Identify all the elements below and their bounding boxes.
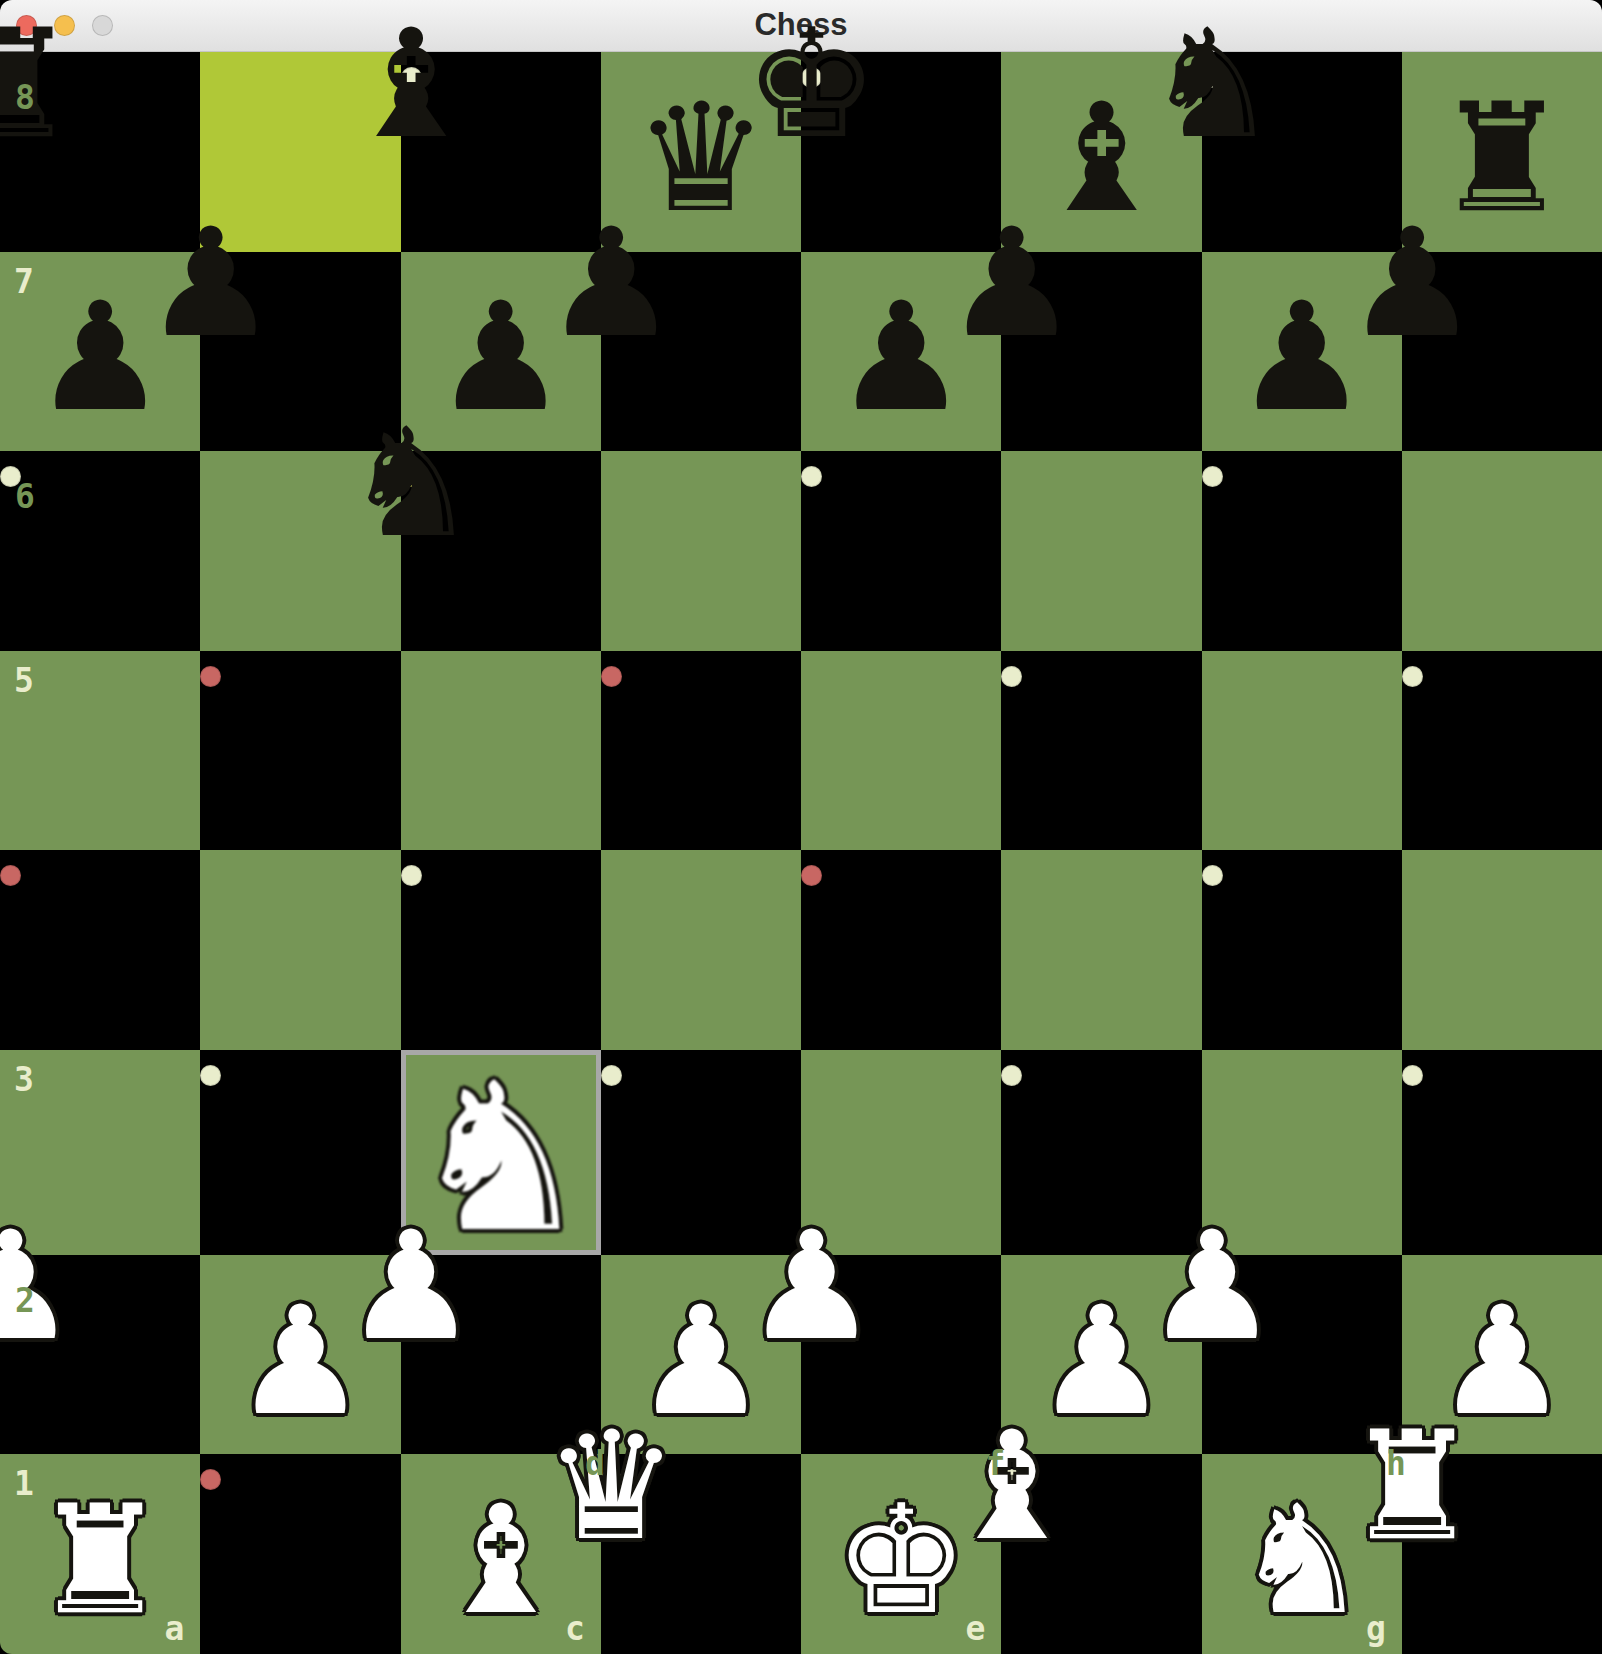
square-c5[interactable] bbox=[401, 651, 601, 851]
piece-black-knight[interactable]: ♞ bbox=[344, 408, 478, 558]
square-f1[interactable]: ♝f bbox=[1001, 1469, 1022, 1490]
piece-white-pawn[interactable]: ♟ bbox=[0, 1211, 78, 1361]
square-c4[interactable] bbox=[401, 865, 422, 886]
square-g6[interactable] bbox=[1202, 466, 1223, 487]
square-b4[interactable] bbox=[200, 850, 400, 1050]
square-d4[interactable] bbox=[601, 850, 801, 1050]
square-d3[interactable] bbox=[601, 1065, 622, 1086]
square-a1[interactable]: ♜1a bbox=[0, 1454, 200, 1654]
square-e6[interactable] bbox=[801, 466, 822, 487]
square-c8[interactable]: ♝ bbox=[401, 67, 422, 88]
square-g2[interactable]: ♟ bbox=[1202, 1270, 1223, 1291]
square-g4[interactable] bbox=[1202, 865, 1223, 886]
file-label-h: h bbox=[1386, 1444, 1406, 1483]
file-label-d: d bbox=[585, 1444, 605, 1483]
rank-label-1: 1 bbox=[14, 1464, 34, 1503]
piece-black-pawn[interactable]: ♟ bbox=[544, 208, 678, 358]
piece-white-pawn[interactable]: ♟ bbox=[1145, 1211, 1279, 1361]
square-g8[interactable]: ♞ bbox=[1202, 67, 1223, 88]
square-e8[interactable]: ♚ bbox=[801, 67, 822, 88]
square-f7[interactable]: ♟ bbox=[1001, 267, 1022, 288]
square-e5[interactable] bbox=[801, 651, 1001, 851]
piece-black-pawn[interactable]: ♟ bbox=[1345, 208, 1479, 358]
square-f6[interactable] bbox=[1001, 451, 1201, 651]
piece-white-rook[interactable]: ♜ bbox=[33, 1485, 167, 1635]
square-g5[interactable] bbox=[1202, 651, 1402, 851]
file-label-a: a bbox=[164, 1609, 184, 1648]
square-d7[interactable]: ♟ bbox=[601, 267, 622, 288]
rank-label-3: 3 bbox=[14, 1060, 34, 1099]
file-label-c: c bbox=[565, 1609, 585, 1648]
square-b3[interactable] bbox=[200, 1065, 221, 1086]
square-h4[interactable] bbox=[1402, 850, 1602, 1050]
square-a4[interactable] bbox=[0, 865, 21, 886]
square-a5[interactable]: 5 bbox=[0, 651, 200, 851]
piece-black-rook[interactable]: ♜ bbox=[0, 9, 78, 159]
file-label-f: f bbox=[985, 1444, 1005, 1483]
piece-black-king[interactable]: ♚ bbox=[744, 9, 878, 159]
piece-white-pawn[interactable]: ♟ bbox=[344, 1211, 478, 1361]
piece-white-bishop[interactable]: ♝ bbox=[945, 1411, 1079, 1561]
piece-black-pawn[interactable]: ♟ bbox=[144, 208, 278, 358]
rank-label-8: 8 bbox=[15, 78, 35, 117]
square-h1[interactable]: ♜h bbox=[1402, 1469, 1423, 1490]
square-b7[interactable]: ♟ bbox=[200, 267, 221, 288]
piece-white-queen[interactable]: ♛ bbox=[544, 1411, 678, 1561]
rank-label-6: 6 bbox=[15, 477, 35, 516]
rank-label-5: 5 bbox=[14, 661, 34, 700]
square-c6[interactable]: ♞ bbox=[401, 466, 422, 487]
piece-black-pawn[interactable]: ♟ bbox=[945, 208, 1079, 358]
square-e4[interactable] bbox=[801, 865, 822, 886]
piece-black-bishop[interactable]: ♝ bbox=[344, 9, 478, 159]
file-label-e: e bbox=[965, 1609, 985, 1648]
square-b1[interactable] bbox=[200, 1469, 221, 1490]
piece-white-rook[interactable]: ♜ bbox=[1345, 1411, 1479, 1561]
piece-white-pawn[interactable]: ♟ bbox=[744, 1211, 878, 1361]
piece-black-knight[interactable]: ♞ bbox=[1145, 9, 1279, 159]
square-h6[interactable] bbox=[1402, 451, 1602, 651]
square-c2[interactable]: ♟ bbox=[401, 1270, 422, 1291]
chess-board: ♜8♝♛♚♝♞♜♟7♟♟♟♟♟♟♟6♞53♞♟2♟♟♟♟♟♟♟♜1a♝c♛d♚e… bbox=[0, 52, 1602, 1654]
square-d6[interactable] bbox=[601, 451, 801, 651]
square-a8[interactable]: ♜8 bbox=[0, 67, 21, 88]
square-f3[interactable] bbox=[1001, 1065, 1022, 1086]
rank-label-7: 7 bbox=[14, 262, 34, 301]
square-b5[interactable] bbox=[200, 666, 221, 687]
square-a6[interactable]: 6 bbox=[0, 466, 21, 487]
chess-app-window: Chess ♜8♝♛♚♝♞♜♟7♟♟♟♟♟♟♟6♞53♞♟2♟♟♟♟♟♟♟♜1a… bbox=[0, 0, 1602, 1654]
square-f5[interactable] bbox=[1001, 666, 1022, 687]
square-h3[interactable] bbox=[1402, 1065, 1423, 1086]
square-f4[interactable] bbox=[1001, 850, 1201, 1050]
file-label-g: g bbox=[1366, 1609, 1386, 1648]
square-h5[interactable] bbox=[1402, 666, 1423, 687]
square-d1[interactable]: ♛d bbox=[601, 1469, 622, 1490]
square-a2[interactable]: ♟2 bbox=[0, 1270, 21, 1291]
square-h7[interactable]: ♟ bbox=[1402, 267, 1423, 288]
square-e2[interactable]: ♟ bbox=[801, 1270, 822, 1291]
square-d5[interactable] bbox=[601, 666, 622, 687]
rank-label-2: 2 bbox=[15, 1281, 35, 1320]
